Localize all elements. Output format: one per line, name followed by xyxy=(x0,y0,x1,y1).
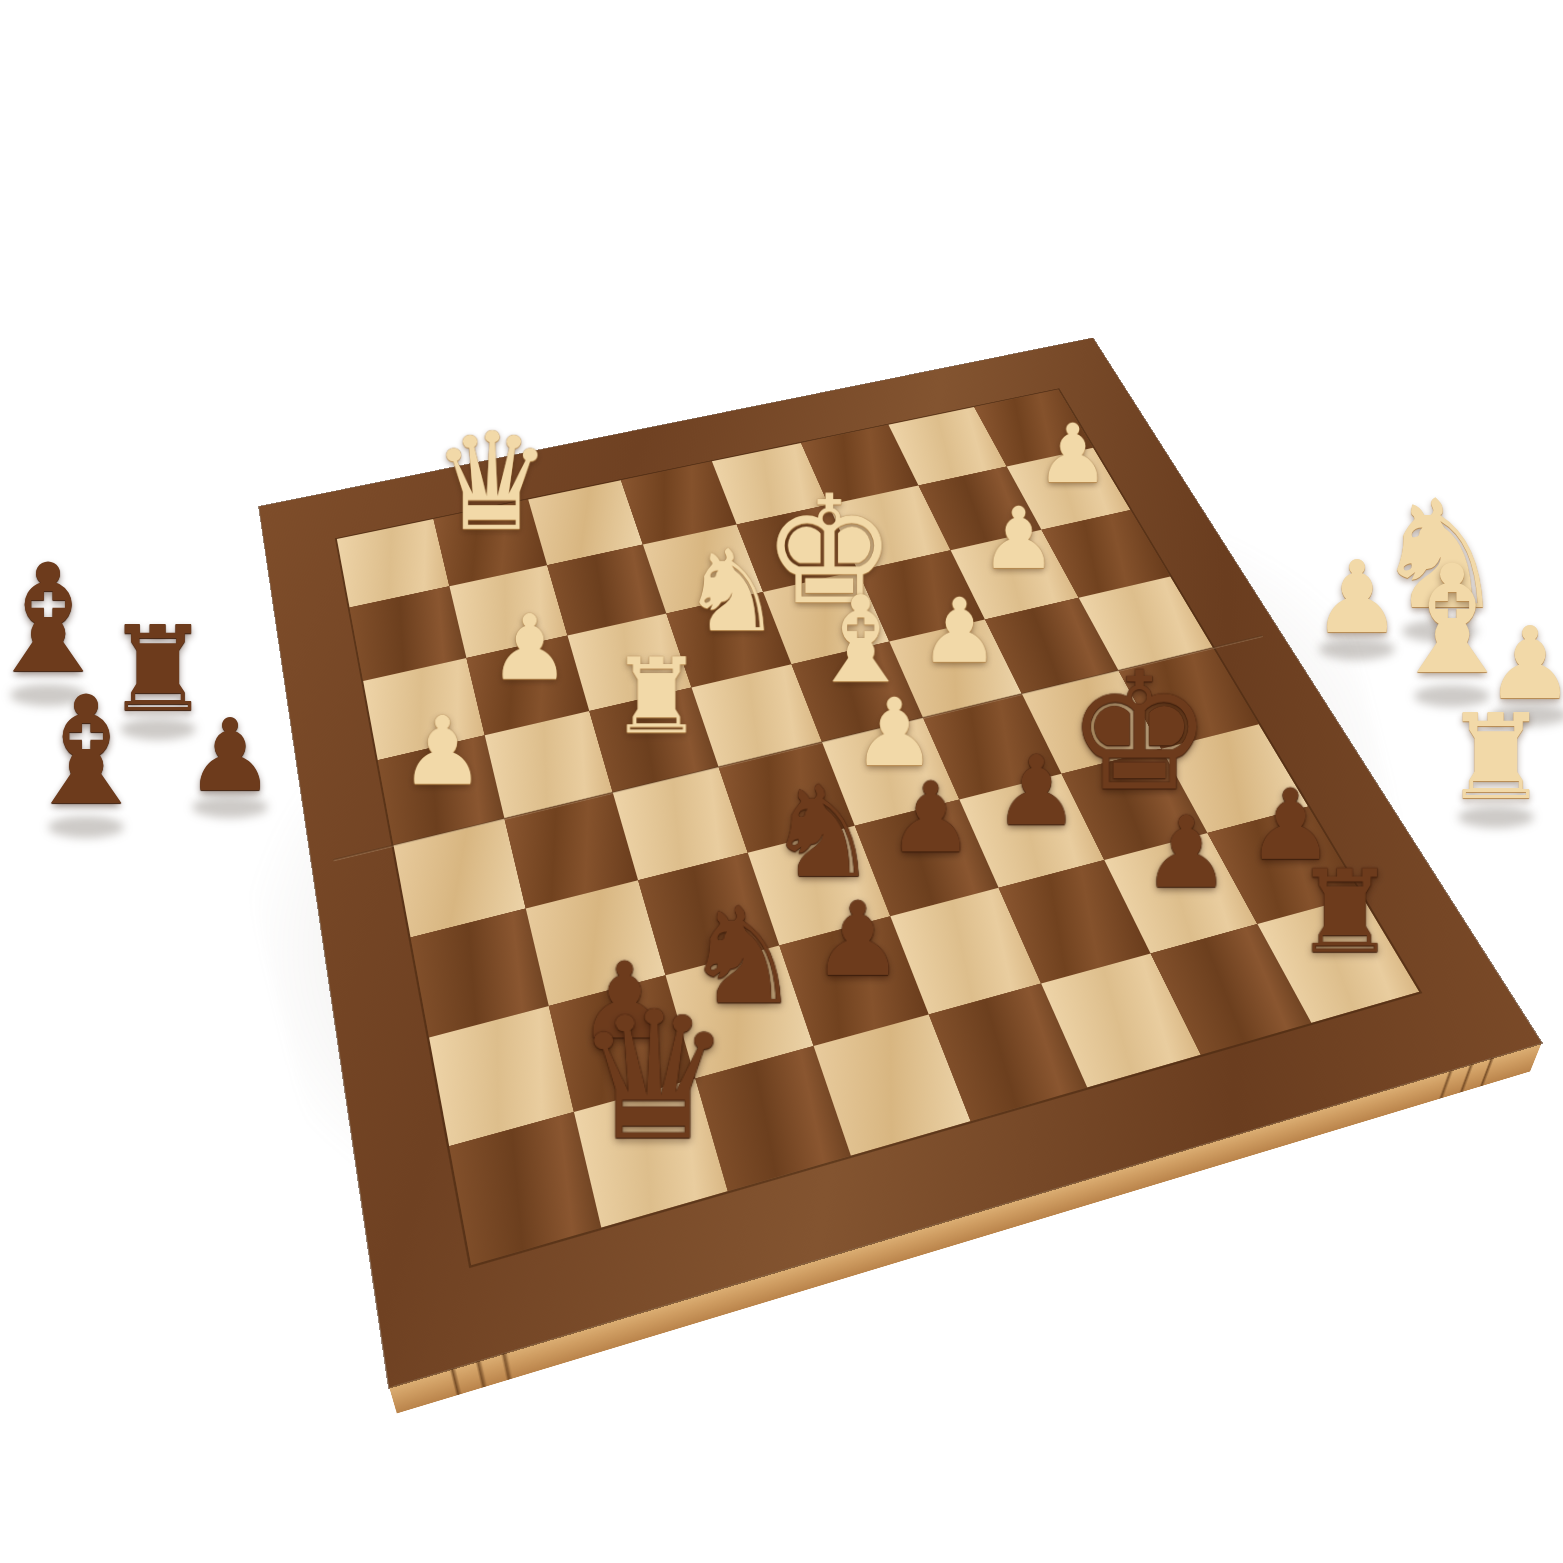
black-rook-glyph: ♜ xyxy=(1256,855,1433,970)
white-pawn-glyph: ♟ xyxy=(944,497,1092,582)
chess-board: ♛♟♟♞♚♟♟♜♝♟♟♞♟♟♚♟♞♟♟♟♛♜ xyxy=(259,338,1542,1387)
piece-black-knight-d3[interactable]: ♞ xyxy=(736,769,908,895)
piece-black-rook-h1[interactable]: ♜ xyxy=(1256,855,1433,970)
chess-photo-stage: ♛♟♟♞♚♟♟♜♝♟♟♞♟♟♚♟♞♟♟♟♛♜ ♝♜♝♟♟♞♝♟♜ xyxy=(0,0,1563,1563)
piece-white-pawn-g6[interactable]: ♟ xyxy=(944,497,1092,582)
piece-white-pawn-a5[interactable]: ♟ xyxy=(360,705,524,800)
black-knight-glyph: ♞ xyxy=(736,769,908,895)
piece-black-pawn-g2[interactable]: ♟ xyxy=(1100,804,1272,903)
black-pawn-glyph: ♟ xyxy=(1100,804,1272,903)
piece-black-queen-b1[interactable]: ♛ xyxy=(557,988,749,1165)
white-rook-glyph: ♜ xyxy=(1411,698,1563,816)
piece-white-rook-c5[interactable]: ♜ xyxy=(576,644,737,748)
white-pawn-glyph: ♟ xyxy=(1002,414,1144,496)
black-queen-glyph: ♛ xyxy=(557,988,749,1165)
captured-black-pawn[interactable]: ♟ xyxy=(145,706,315,806)
piece-white-pawn-h7[interactable]: ♟ xyxy=(1002,414,1144,496)
captured-white-rook[interactable]: ♜ xyxy=(1411,698,1563,816)
black-pawn-glyph: ♟ xyxy=(145,706,315,806)
white-rook-glyph: ♜ xyxy=(576,644,737,748)
piece-white-queen-b8[interactable]: ♛ xyxy=(419,415,565,550)
white-queen-glyph: ♛ xyxy=(419,415,565,550)
white-pawn-glyph: ♟ xyxy=(360,705,524,800)
